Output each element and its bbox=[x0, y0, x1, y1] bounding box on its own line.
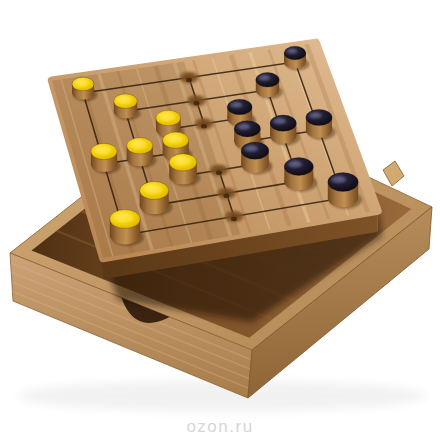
piece-black-g1[interactable] bbox=[328, 173, 362, 209]
piece-black-f4[interactable] bbox=[270, 115, 300, 145]
piece-yellow-a4[interactable] bbox=[91, 143, 121, 173]
point-d5-empty-hole[interactable] bbox=[193, 117, 216, 131]
point-d1-empty-hole[interactable] bbox=[223, 210, 246, 224]
tray-corner-block bbox=[383, 161, 404, 186]
piece-yellow-b2[interactable] bbox=[140, 182, 173, 216]
point-d7-empty-hole[interactable] bbox=[178, 71, 201, 85]
piece-yellow-b4[interactable] bbox=[127, 138, 157, 168]
piece-black-f2[interactable] bbox=[284, 158, 317, 192]
piece-yellow-c3[interactable] bbox=[169, 154, 200, 186]
piece-black-g4[interactable] bbox=[306, 109, 336, 139]
piece-yellow-a1[interactable] bbox=[110, 210, 144, 246]
watermark: ozon.ru bbox=[0, 417, 440, 437]
piece-black-e3[interactable] bbox=[241, 142, 272, 174]
product-photo: ozon.ru bbox=[0, 0, 440, 440]
point-d2-empty-hole[interactable] bbox=[215, 186, 238, 200]
point-d3-empty-hole[interactable] bbox=[208, 163, 231, 177]
point-d6-empty-hole[interactable] bbox=[185, 94, 208, 108]
scene-svg bbox=[0, 0, 440, 440]
